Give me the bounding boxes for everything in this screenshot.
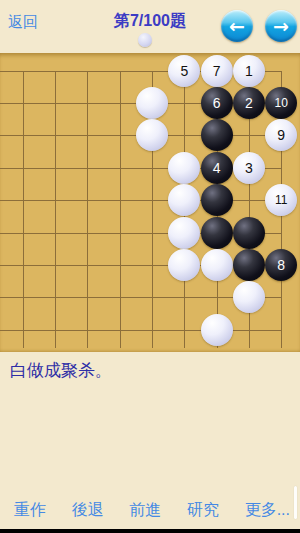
grid-line-vertical [120, 71, 121, 349]
toolbar-redo-button[interactable]: 重作 [14, 500, 46, 524]
stone-black-8: 8 [265, 249, 297, 281]
grid-line-vertical [55, 71, 56, 349]
next-problem-button[interactable]: → [265, 10, 297, 42]
stone-black [201, 119, 233, 151]
stone-black [233, 217, 265, 249]
toolbar-more-button[interactable]: 更多... [245, 500, 290, 524]
bottom-black-bar [0, 529, 300, 533]
grid-line-horizontal [0, 330, 282, 331]
page-title: 第7/100題 [0, 11, 300, 32]
stone-white [168, 152, 200, 184]
stone-white-1: 1 [233, 55, 265, 87]
grid-line-vertical [23, 71, 24, 349]
stone-white-11: 11 [265, 184, 297, 216]
grid-line-horizontal [0, 200, 282, 201]
stone-white [201, 314, 233, 346]
problem-description: 白做成聚杀。 [10, 359, 112, 382]
stone-white-9: 9 [265, 119, 297, 151]
stone-black-10: 10 [265, 87, 297, 119]
grid-line-vertical [87, 71, 88, 349]
previous-problem-button[interactable]: ← [221, 10, 253, 42]
stone-white-7: 7 [201, 55, 233, 87]
stone-white-3: 3 [233, 152, 265, 184]
toolbar-forward-button[interactable]: 前進 [129, 500, 161, 524]
stone-white [233, 281, 265, 313]
toolbar-undo-button[interactable]: 後退 [72, 500, 104, 524]
right-arrow-icon: → [273, 15, 289, 37]
left-arrow-icon: ← [229, 15, 245, 37]
stone-white-5: 5 [168, 55, 200, 87]
stone-black-2: 2 [233, 87, 265, 119]
stone-white [136, 87, 168, 119]
app-screen: 返回 第7/100題 ← → 5716210943118 白做成聚杀。 重作 後… [0, 0, 300, 533]
stone-black [201, 217, 233, 249]
stone-white [168, 184, 200, 216]
scroll-indicator[interactable] [294, 486, 297, 519]
stone-black-6: 6 [201, 87, 233, 119]
stone-white [136, 119, 168, 151]
stone-black [201, 184, 233, 216]
bottom-toolbar: 重作 後退 前進 研究 更多... [0, 500, 300, 524]
stone-white [168, 249, 200, 281]
go-board[interactable]: 5716210943118 [0, 53, 300, 352]
stone-white [168, 217, 200, 249]
toolbar-study-button[interactable]: 研究 [187, 500, 219, 524]
stone-black [233, 249, 265, 281]
stone-white [201, 249, 233, 281]
white-stone-turn-icon [138, 33, 152, 47]
stone-black-4: 4 [201, 152, 233, 184]
